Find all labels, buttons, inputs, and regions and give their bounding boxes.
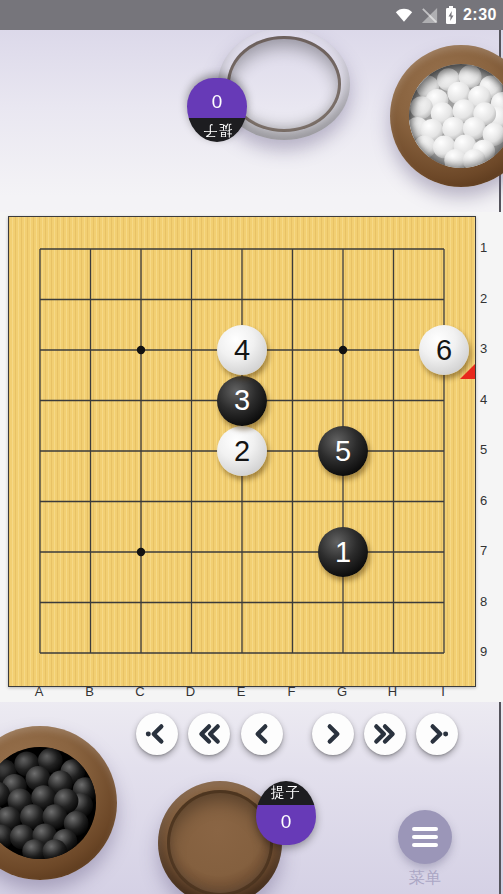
go-to-last-move-button[interactable] bbox=[416, 713, 458, 755]
black-stone-5-G5: 5 bbox=[318, 426, 368, 476]
bottom-captures-label: 提子 bbox=[256, 781, 316, 805]
go-to-first-move-button[interactable] bbox=[136, 713, 178, 755]
move-number: 4 bbox=[234, 336, 250, 365]
battery-charging-icon bbox=[445, 5, 457, 25]
row-label-8: 8 bbox=[474, 594, 493, 609]
row-label-3: 3 bbox=[474, 341, 493, 356]
row-label-6: 6 bbox=[474, 493, 493, 508]
top-player-captures-badge: 提子 0 bbox=[187, 78, 247, 142]
row-label-5: 5 bbox=[474, 442, 493, 457]
chevron-right-icon bbox=[320, 721, 346, 747]
hamburger-menu-icon bbox=[412, 827, 438, 831]
stones-layer: 123456 bbox=[9, 217, 475, 686]
col-label-A: A bbox=[28, 684, 50, 699]
col-label-G: G bbox=[331, 684, 353, 699]
row-label-2: 2 bbox=[474, 291, 493, 306]
white-stone-2-E5: 2 bbox=[217, 426, 267, 476]
board-panel: 123456 ABCDEFGHI 123456789 bbox=[0, 212, 503, 702]
chevron-left-icon bbox=[249, 721, 275, 747]
move-number: 2 bbox=[234, 437, 250, 466]
row-label-4: 4 bbox=[474, 392, 493, 407]
menu-button[interactable] bbox=[398, 810, 452, 864]
clock: 2:30 bbox=[463, 6, 497, 24]
black-stones-bowl bbox=[0, 726, 117, 880]
menu-button-label: 菜单 bbox=[398, 868, 452, 889]
col-label-H: H bbox=[382, 684, 404, 699]
col-label-D: D bbox=[180, 684, 202, 699]
black-stones-pile bbox=[0, 747, 96, 859]
go-app-screen: { "game": "go", "app_context": "Android … bbox=[0, 0, 503, 894]
fast-forward-button[interactable] bbox=[364, 713, 406, 755]
step-forward-button[interactable] bbox=[312, 713, 354, 755]
top-captures-count: 0 bbox=[187, 78, 247, 118]
white-stone-4-E3: 4 bbox=[217, 325, 267, 375]
double-chevron-right-icon bbox=[371, 721, 399, 747]
col-label-E: E bbox=[230, 684, 252, 699]
bottom-player-captures-badge: 提子 0 bbox=[256, 781, 316, 845]
row-label-9: 9 bbox=[474, 644, 493, 659]
wifi-icon bbox=[394, 5, 414, 25]
no-signal-icon bbox=[420, 6, 439, 25]
col-label-C: C bbox=[129, 684, 151, 699]
white-stone-6-I3: 6 bbox=[419, 325, 469, 375]
col-label-I: I bbox=[432, 684, 454, 699]
row-label-7: 7 bbox=[474, 543, 493, 558]
move-number: 5 bbox=[335, 437, 351, 466]
col-label-B: B bbox=[79, 684, 101, 699]
last-move-marker-icon bbox=[460, 364, 475, 379]
chevron-left-with-dot-icon bbox=[144, 721, 170, 747]
double-chevron-left-icon bbox=[195, 721, 223, 747]
move-number: 6 bbox=[436, 336, 452, 365]
move-number: 1 bbox=[335, 538, 351, 567]
black-stone-1-G7: 1 bbox=[318, 527, 368, 577]
chevron-right-with-dot-icon bbox=[424, 721, 450, 747]
col-label-F: F bbox=[281, 684, 303, 699]
white-stones-bowl bbox=[390, 45, 503, 187]
step-back-button[interactable] bbox=[241, 713, 283, 755]
move-number: 3 bbox=[234, 386, 250, 415]
android-status-bar: 2:30 bbox=[0, 0, 503, 30]
fast-rewind-button[interactable] bbox=[188, 713, 230, 755]
go-board[interactable]: 123456 bbox=[8, 216, 476, 687]
white-stones-pile bbox=[409, 64, 503, 168]
top-captures-label: 提子 bbox=[187, 118, 247, 142]
row-label-1: 1 bbox=[474, 240, 493, 255]
black-stone-3-E4: 3 bbox=[217, 376, 267, 426]
